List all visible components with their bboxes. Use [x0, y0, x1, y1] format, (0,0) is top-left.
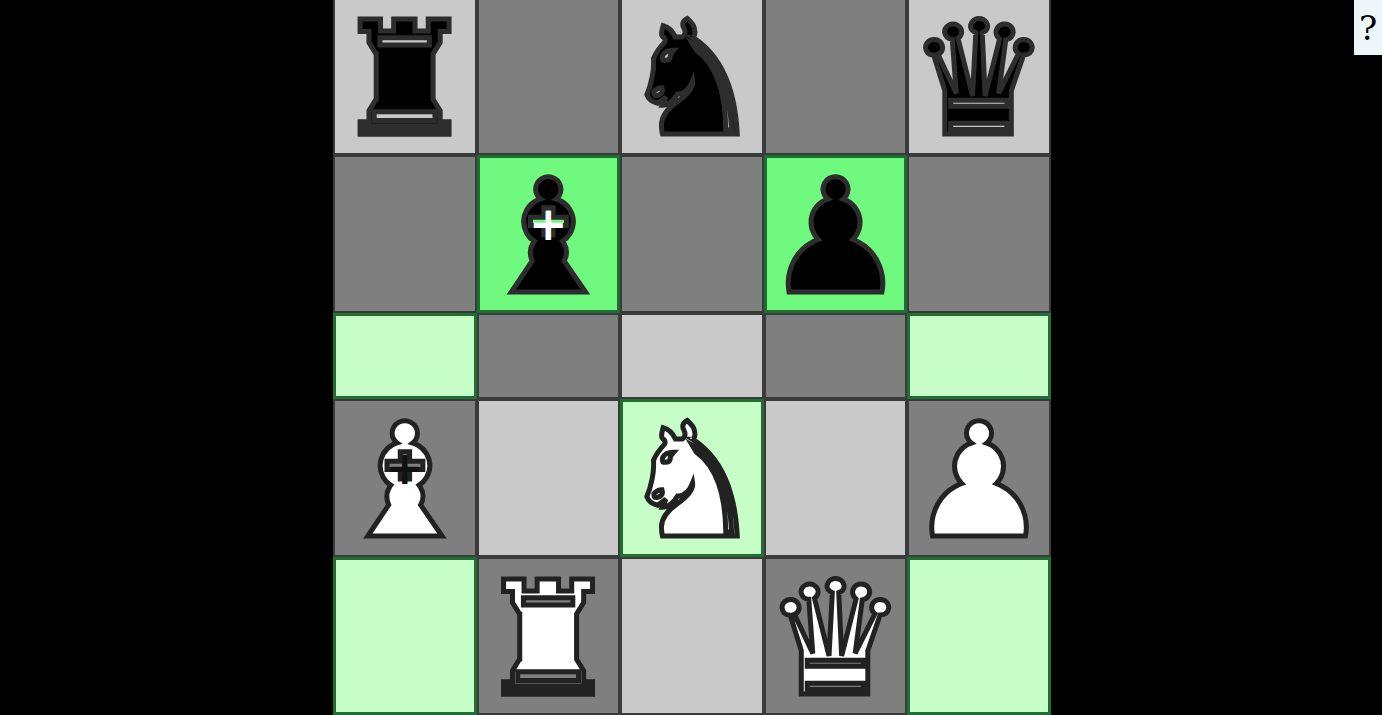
square-b1[interactable]: ♜ — [477, 557, 621, 715]
square-c2[interactable]: ♞ — [620, 399, 764, 557]
white-pawn-piece: ♟ — [908, 402, 1050, 560]
square-a3[interactable] — [333, 313, 477, 399]
black-pawn-piece: ♟ — [765, 158, 907, 316]
black-bishop-piece: ♝+ — [478, 158, 620, 316]
square-a2[interactable]: ♝+ — [333, 399, 477, 557]
square-d5[interactable] — [764, 0, 908, 155]
square-d2[interactable] — [764, 399, 908, 557]
square-d1[interactable]: ♛ — [764, 557, 908, 715]
square-d4[interactable]: ♟ — [764, 155, 908, 313]
square-b4[interactable]: ♝+ — [477, 155, 621, 313]
square-a5[interactable]: ♜ — [333, 0, 477, 155]
square-c5[interactable]: ♞ — [620, 0, 764, 155]
question-mark-icon: ? — [1359, 8, 1377, 48]
white-knight-piece: ♞ — [621, 402, 763, 560]
help-button[interactable]: ? — [1354, 0, 1382, 55]
square-e2[interactable]: ♟ — [907, 399, 1051, 557]
black-queen-piece: ♛ — [908, 0, 1050, 158]
square-d3[interactable] — [764, 313, 908, 399]
square-b5[interactable] — [477, 0, 621, 155]
white-queen-piece: ♛ — [765, 560, 907, 715]
square-e5[interactable]: ♛ — [907, 0, 1051, 155]
square-e4[interactable] — [907, 155, 1051, 313]
square-e3[interactable] — [907, 313, 1051, 399]
white-bishop-piece: ♝+ — [334, 402, 476, 560]
black-knight-piece: ♞ — [621, 0, 763, 158]
white-rook-piece: ♜ — [478, 560, 620, 715]
square-a1[interactable] — [333, 557, 477, 715]
square-c1[interactable] — [620, 557, 764, 715]
square-a4[interactable] — [333, 155, 477, 313]
bishop-cross-icon: + — [334, 445, 476, 491]
bishop-cross-icon: + — [478, 201, 620, 247]
square-c4[interactable] — [620, 155, 764, 313]
square-e1[interactable] — [907, 557, 1051, 715]
black-rook-piece: ♜ — [334, 0, 476, 158]
square-b3[interactable] — [477, 313, 621, 399]
square-c3[interactable] — [620, 313, 764, 399]
board: ♜♞♛♝+♟♝+♞♟♜♛ — [333, 0, 1051, 715]
square-b2[interactable] — [477, 399, 621, 557]
